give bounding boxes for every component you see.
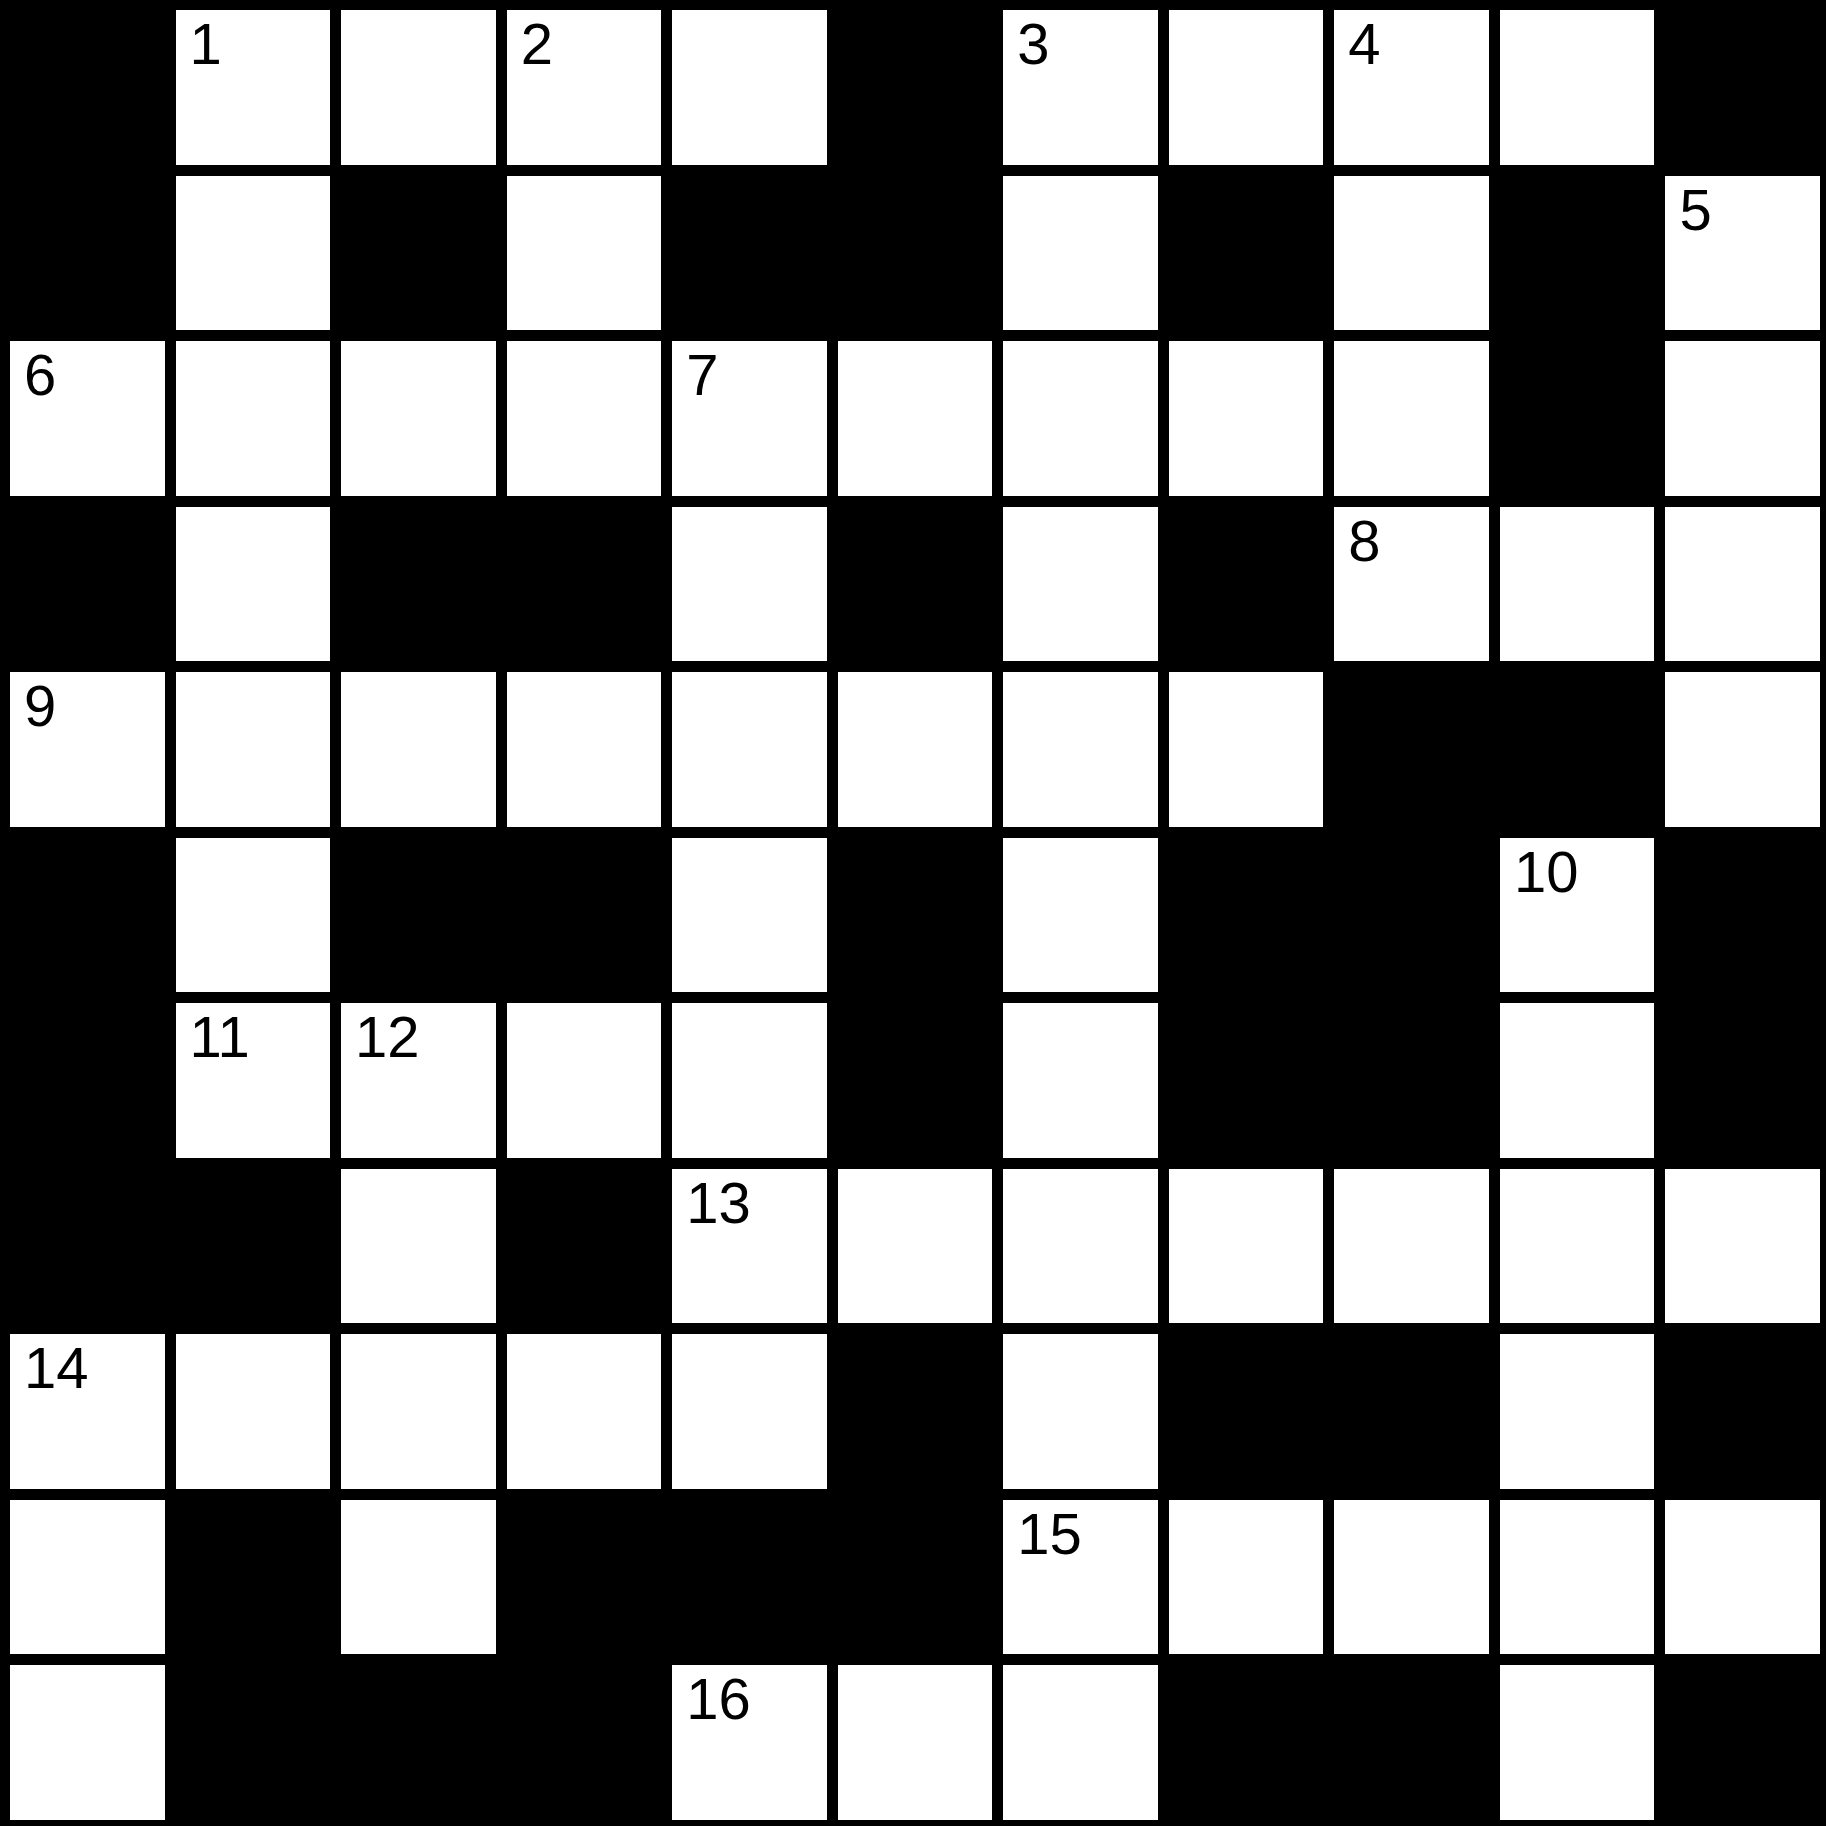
letter-cell-r3c1[interactable]: [176, 507, 331, 662]
block-cell-r5c2: [341, 838, 496, 993]
letter-cell-r6c9[interactable]: [1500, 1003, 1655, 1158]
letter-cell-r0c3[interactable]: 2: [507, 10, 662, 165]
letter-cell-r0c2[interactable]: [341, 10, 496, 165]
clue-number-13: 13: [686, 1173, 751, 1234]
letter-cell-r1c3[interactable]: [507, 176, 662, 331]
block-cell-r7c3: [507, 1169, 662, 1324]
block-cell-r9c5: [838, 1500, 993, 1655]
letter-cell-r8c6[interactable]: [1003, 1334, 1158, 1489]
letter-cell-r8c1[interactable]: [176, 1334, 331, 1489]
letter-cell-r3c10[interactable]: [1665, 507, 1820, 662]
clue-number-1: 1: [190, 14, 222, 75]
block-cell-r4c9: [1500, 672, 1655, 827]
letter-cell-r4c1[interactable]: [176, 672, 331, 827]
clue-number-3: 3: [1017, 14, 1049, 75]
letter-cell-r6c3[interactable]: [507, 1003, 662, 1158]
block-cell-r10c10: [1665, 1665, 1820, 1820]
letter-cell-r4c0[interactable]: 9: [10, 672, 165, 827]
block-cell-r6c8: [1334, 1003, 1489, 1158]
letter-cell-r4c10[interactable]: [1665, 672, 1820, 827]
block-cell-r7c1: [176, 1169, 331, 1324]
block-cell-r6c7: [1169, 1003, 1324, 1158]
block-cell-r10c1: [176, 1665, 331, 1820]
letter-cell-r7c4[interactable]: 13: [672, 1169, 827, 1324]
block-cell-r3c5: [838, 507, 993, 662]
letter-cell-r8c3[interactable]: [507, 1334, 662, 1489]
letter-cell-r7c10[interactable]: [1665, 1169, 1820, 1324]
letter-cell-r9c6[interactable]: 15: [1003, 1500, 1158, 1655]
letter-cell-r7c7[interactable]: [1169, 1169, 1324, 1324]
block-cell-r7c0: [10, 1169, 165, 1324]
block-cell-r2c9: [1500, 341, 1655, 496]
letter-cell-r8c4[interactable]: [672, 1334, 827, 1489]
letter-cell-r9c10[interactable]: [1665, 1500, 1820, 1655]
letter-cell-r1c8[interactable]: [1334, 176, 1489, 331]
block-cell-r1c4: [672, 176, 827, 331]
letter-cell-r5c9[interactable]: 10: [1500, 838, 1655, 993]
block-cell-r3c3: [507, 507, 662, 662]
clue-number-10: 10: [1514, 842, 1579, 903]
block-cell-r1c2: [341, 176, 496, 331]
clue-number-7: 7: [686, 345, 718, 406]
letter-cell-r7c2[interactable]: [341, 1169, 496, 1324]
letter-cell-r4c3[interactable]: [507, 672, 662, 827]
letter-cell-r5c4[interactable]: [672, 838, 827, 993]
block-cell-r8c10: [1665, 1334, 1820, 1489]
block-cell-r6c0: [10, 1003, 165, 1158]
letter-cell-r0c8[interactable]: 4: [1334, 10, 1489, 165]
block-cell-r1c5: [838, 176, 993, 331]
letter-cell-r10c0[interactable]: [10, 1665, 165, 1820]
letter-cell-r1c10[interactable]: 5: [1665, 176, 1820, 331]
letter-cell-r2c2[interactable]: [341, 341, 496, 496]
clue-number-16: 16: [686, 1669, 751, 1730]
block-cell-r6c5: [838, 1003, 993, 1158]
block-cell-r4c8: [1334, 672, 1489, 827]
letter-cell-r6c2[interactable]: 12: [341, 1003, 496, 1158]
clue-number-15: 15: [1017, 1504, 1082, 1565]
block-cell-r5c5: [838, 838, 993, 993]
block-cell-r10c3: [507, 1665, 662, 1820]
letter-cell-r9c0[interactable]: [10, 1500, 165, 1655]
clue-number-5: 5: [1679, 180, 1711, 241]
block-cell-r5c10: [1665, 838, 1820, 993]
letter-cell-r8c2[interactable]: [341, 1334, 496, 1489]
letter-cell-r3c8[interactable]: 8: [1334, 507, 1489, 662]
clue-number-8: 8: [1348, 511, 1380, 572]
block-cell-r8c8: [1334, 1334, 1489, 1489]
letter-cell-r2c8[interactable]: [1334, 341, 1489, 496]
letter-cell-r8c0[interactable]: 14: [10, 1334, 165, 1489]
letter-cell-r4c5[interactable]: [838, 672, 993, 827]
letter-cell-r7c5[interactable]: [838, 1169, 993, 1324]
letter-cell-r2c7[interactable]: [1169, 341, 1324, 496]
block-cell-r5c3: [507, 838, 662, 993]
clue-number-4: 4: [1348, 14, 1380, 75]
letter-cell-r6c6[interactable]: [1003, 1003, 1158, 1158]
block-cell-r1c9: [1500, 176, 1655, 331]
block-cell-r6c10: [1665, 1003, 1820, 1158]
block-cell-r1c7: [1169, 176, 1324, 331]
letter-cell-r0c4[interactable]: [672, 10, 827, 165]
clue-number-14: 14: [24, 1338, 89, 1399]
letter-cell-r2c0[interactable]: 6: [10, 341, 165, 496]
letter-cell-r10c9[interactable]: [1500, 1665, 1655, 1820]
letter-cell-r4c2[interactable]: [341, 672, 496, 827]
letter-cell-r9c9[interactable]: [1500, 1500, 1655, 1655]
letter-cell-r3c4[interactable]: [672, 507, 827, 662]
block-cell-r10c8: [1334, 1665, 1489, 1820]
block-cell-r0c5: [838, 10, 993, 165]
clue-number-11: 11: [190, 1007, 250, 1068]
block-cell-r10c2: [341, 1665, 496, 1820]
block-cell-r3c2: [341, 507, 496, 662]
block-cell-r9c3: [507, 1500, 662, 1655]
letter-cell-r7c9[interactable]: [1500, 1169, 1655, 1324]
letter-cell-r7c6[interactable]: [1003, 1169, 1158, 1324]
block-cell-r3c7: [1169, 507, 1324, 662]
block-cell-r8c7: [1169, 1334, 1324, 1489]
letter-cell-r0c6[interactable]: 3: [1003, 10, 1158, 165]
letter-cell-r0c1[interactable]: 1: [176, 10, 331, 165]
block-cell-r0c0: [10, 10, 165, 165]
block-cell-r5c0: [10, 838, 165, 993]
letter-cell-r2c4[interactable]: 7: [672, 341, 827, 496]
letter-cell-r0c7[interactable]: [1169, 10, 1324, 165]
clue-number-12: 12: [355, 1007, 420, 1068]
letter-cell-r9c8[interactable]: [1334, 1500, 1489, 1655]
clue-number-2: 2: [521, 14, 553, 75]
block-cell-r9c1: [176, 1500, 331, 1655]
block-cell-r8c5: [838, 1334, 993, 1489]
crossword-board: 12345678910111213141516: [0, 0, 1826, 1826]
letter-cell-r9c7[interactable]: [1169, 1500, 1324, 1655]
letter-cell-r2c3[interactable]: [507, 341, 662, 496]
block-cell-r5c7: [1169, 838, 1324, 993]
letter-cell-r0c9[interactable]: [1500, 10, 1655, 165]
letter-cell-r6c1[interactable]: 11: [176, 1003, 331, 1158]
letter-cell-r8c9[interactable]: [1500, 1334, 1655, 1489]
block-cell-r10c7: [1169, 1665, 1324, 1820]
letter-cell-r2c10[interactable]: [1665, 341, 1820, 496]
letter-cell-r5c6[interactable]: [1003, 838, 1158, 993]
letter-cell-r2c1[interactable]: [176, 341, 331, 496]
letter-cell-r3c9[interactable]: [1500, 507, 1655, 662]
letter-cell-r10c4[interactable]: 16: [672, 1665, 827, 1820]
block-cell-r1c0: [10, 176, 165, 331]
letter-cell-r10c6[interactable]: [1003, 1665, 1158, 1820]
letter-cell-r1c6[interactable]: [1003, 176, 1158, 331]
block-cell-r9c4: [672, 1500, 827, 1655]
letter-cell-r9c2[interactable]: [341, 1500, 496, 1655]
clue-number-9: 9: [24, 676, 56, 737]
letter-cell-r7c8[interactable]: [1334, 1169, 1489, 1324]
clue-number-6: 6: [24, 345, 56, 406]
letter-cell-r1c1[interactable]: [176, 176, 331, 331]
block-cell-r3c0: [10, 507, 165, 662]
letter-cell-r2c5[interactable]: [838, 341, 993, 496]
block-cell-r0c10: [1665, 10, 1820, 165]
letter-cell-r2c6[interactable]: [1003, 341, 1158, 496]
letter-cell-r4c4[interactable]: [672, 672, 827, 827]
block-cell-r5c8: [1334, 838, 1489, 993]
letter-cell-r6c4[interactable]: [672, 1003, 827, 1158]
letter-cell-r10c5[interactable]: [838, 1665, 993, 1820]
letter-cell-r5c1[interactable]: [176, 838, 331, 993]
letter-cell-r4c7[interactable]: [1169, 672, 1324, 827]
letter-cell-r4c6[interactable]: [1003, 672, 1158, 827]
letter-cell-r3c6[interactable]: [1003, 507, 1158, 662]
